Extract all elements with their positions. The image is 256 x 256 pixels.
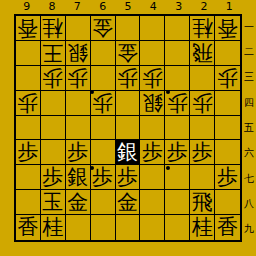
square-57[interactable]: 歩 [116,165,141,190]
square-15[interactable] [215,116,240,141]
rank-label-4: 四 [242,90,256,115]
rank-label-8: 八 [242,191,256,216]
gote-piece-43: 歩 [142,67,163,88]
gote-piece-61: 金 [92,17,113,38]
sente-piece-36: 歩 [167,142,188,163]
square-92[interactable] [16,41,41,66]
square-88[interactable]: 玉 [41,190,66,215]
sente-piece-26: 歩 [192,142,213,163]
square-34[interactable]: 歩 [165,91,190,116]
square-47[interactable] [140,165,165,190]
gote-piece-44: 銀 [142,92,163,113]
rank-label-1: 一 [242,14,256,39]
square-64[interactable]: 歩 [91,91,116,116]
square-49[interactable] [140,215,165,240]
square-81[interactable]: 桂 [41,16,66,41]
sente-piece-17: 歩 [217,167,238,188]
square-31[interactable] [165,16,190,41]
square-45[interactable] [140,116,165,141]
gote-piece-24: 歩 [192,92,213,113]
sente-piece-99: 香 [17,217,38,238]
sente-piece-89: 桂 [42,217,63,238]
square-32[interactable] [165,41,190,66]
file-label-3: 3 [166,0,191,14]
square-19[interactable]: 香 [215,215,240,240]
sente-piece-77: 銀 [67,167,88,188]
square-93[interactable] [16,66,41,91]
square-17[interactable]: 歩 [215,165,240,190]
square-22[interactable]: 飛 [190,41,215,66]
rank-label-9: 九 [242,217,256,242]
file-label-8: 8 [39,0,64,14]
gote-piece-11: 香 [217,17,238,38]
square-41[interactable] [140,16,165,41]
gote-piece-53: 歩 [117,67,138,88]
rank-label-5: 五 [242,115,256,140]
square-76[interactable]: 歩 [66,140,91,165]
square-24[interactable]: 歩 [190,91,215,116]
sente-piece-87: 歩 [42,167,63,188]
sente-piece-76: 歩 [67,142,88,163]
square-91[interactable]: 香 [16,16,41,41]
square-65[interactable] [91,116,116,141]
square-29[interactable]: 桂 [190,215,215,240]
square-11[interactable]: 香 [215,16,240,41]
square-26[interactable]: 歩 [190,140,215,165]
square-77[interactable]: 銀 [66,165,91,190]
sente-piece-58: 金 [117,192,138,213]
sente-piece-78: 金 [67,192,88,213]
gote-piece-64: 歩 [92,92,113,113]
square-13[interactable]: 歩 [215,66,240,91]
square-89[interactable]: 桂 [41,215,66,240]
square-36[interactable]: 歩 [165,140,190,165]
square-75[interactable] [66,116,91,141]
square-72[interactable]: 銀 [66,41,91,66]
square-52[interactable]: 金 [116,41,141,66]
square-12[interactable] [215,41,240,66]
rank-labels: 一二三四五六七八九 [242,14,256,242]
square-54[interactable] [116,91,141,116]
square-53[interactable]: 歩 [116,66,141,91]
square-99[interactable]: 香 [16,215,41,240]
file-label-9: 9 [14,0,39,14]
file-label-6: 6 [90,0,115,14]
square-84[interactable] [41,91,66,116]
sente-piece-29: 桂 [192,217,213,238]
gote-piece-72: 銀 [67,42,88,63]
shogi-board: 香桂金桂香王銀金飛歩歩歩歩歩歩歩銀歩歩歩歩銀歩歩歩歩銀歩歩歩玉金金飛香桂桂香 [14,14,242,242]
square-69[interactable] [91,215,116,240]
square-71[interactable] [66,16,91,41]
square-78[interactable]: 金 [66,190,91,215]
square-68[interactable] [91,190,116,215]
sente-piece-56: 銀 [117,142,138,163]
square-37[interactable] [165,165,190,190]
square-46[interactable]: 歩 [140,140,165,165]
square-55[interactable] [116,116,141,141]
file-label-4: 4 [141,0,166,14]
square-79[interactable] [66,215,91,240]
gote-piece-21: 桂 [192,17,213,38]
square-14[interactable] [215,91,240,116]
square-67[interactable]: 歩 [91,165,116,190]
square-42[interactable] [140,41,165,66]
gote-piece-73: 歩 [67,67,88,88]
square-94[interactable]: 歩 [16,91,41,116]
square-74[interactable] [66,91,91,116]
square-61[interactable]: 金 [91,16,116,41]
square-21[interactable]: 桂 [190,16,215,41]
gote-piece-91: 香 [17,17,38,38]
square-83[interactable]: 歩 [41,66,66,91]
square-87[interactable]: 歩 [41,165,66,190]
sente-piece-96: 歩 [17,142,38,163]
square-38[interactable] [165,190,190,215]
square-98[interactable] [16,190,41,215]
square-27[interactable] [190,165,215,190]
file-labels: 987654321 [14,0,242,14]
square-66[interactable] [91,140,116,165]
square-85[interactable] [41,116,66,141]
file-label-1: 1 [217,0,242,14]
square-59[interactable] [116,215,141,240]
sente-piece-19: 香 [217,217,238,238]
square-62[interactable] [91,41,116,66]
square-28[interactable]: 飛 [190,190,215,215]
square-39[interactable] [165,215,190,240]
square-51[interactable] [116,16,141,41]
sente-piece-88: 玉 [42,192,63,213]
square-33[interactable] [165,66,190,91]
shogi-app: 987654321 一二三四五六七八九 香桂金桂香王銀金飛歩歩歩歩歩歩歩銀歩歩歩… [0,0,256,256]
square-63[interactable] [91,66,116,91]
rank-label-2: 二 [242,39,256,64]
square-25[interactable] [190,116,215,141]
file-label-2: 2 [191,0,216,14]
gote-piece-82: 王 [42,42,63,63]
file-label-7: 7 [65,0,90,14]
square-82[interactable]: 王 [41,41,66,66]
gote-piece-13: 歩 [217,67,238,88]
gote-piece-52: 金 [117,42,138,63]
square-95[interactable] [16,116,41,141]
square-44[interactable]: 銀 [140,91,165,116]
square-73[interactable]: 歩 [66,66,91,91]
rank-label-6: 六 [242,141,256,166]
gote-piece-81: 桂 [42,17,63,38]
rank-label-7: 七 [242,166,256,191]
square-43[interactable]: 歩 [140,66,165,91]
square-97[interactable] [16,165,41,190]
square-96[interactable]: 歩 [16,140,41,165]
square-86[interactable] [41,140,66,165]
sente-piece-28: 飛 [192,192,213,213]
file-label-5: 5 [115,0,140,14]
sente-piece-46: 歩 [142,142,163,163]
square-16[interactable] [215,140,240,165]
sente-piece-67: 歩 [92,167,113,188]
square-56[interactable]: 銀 [116,140,141,165]
gote-piece-34: 歩 [167,92,188,113]
sente-piece-57: 歩 [117,167,138,188]
gote-piece-83: 歩 [42,67,63,88]
square-18[interactable] [215,190,240,215]
gote-piece-22: 飛 [192,42,213,63]
square-23[interactable] [190,66,215,91]
square-58[interactable]: 金 [116,190,141,215]
gote-piece-94: 歩 [17,92,38,113]
square-48[interactable] [140,190,165,215]
rank-label-3: 三 [242,65,256,90]
square-35[interactable] [165,116,190,141]
